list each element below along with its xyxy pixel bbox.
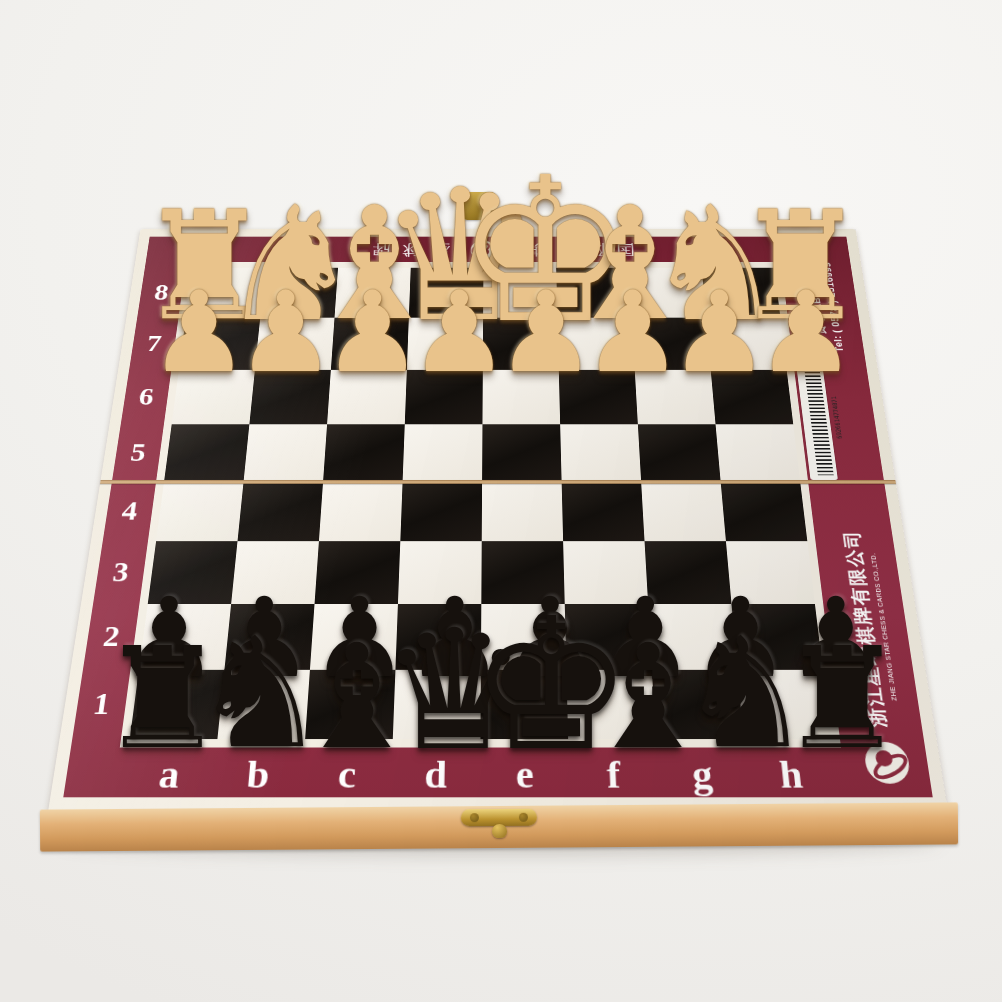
square-d5[interactable] — [403, 424, 483, 481]
square-f4[interactable] — [562, 481, 645, 541]
piece-white-pawn-c7[interactable]: ♟ — [322, 279, 422, 385]
square-h4[interactable] — [721, 481, 808, 541]
piece-white-pawn-e7[interactable]: ♟ — [496, 279, 596, 385]
square-c5[interactable] — [323, 424, 405, 481]
piece-white-pawn-g7[interactable]: ♟ — [669, 279, 769, 385]
rank-label-4: 4 — [103, 481, 156, 541]
piece-black-rook-h1[interactable]: ♜ — [780, 632, 906, 765]
rank-label-5: 5 — [112, 424, 164, 481]
piece-white-pawn-d7[interactable]: ♟ — [409, 279, 509, 385]
square-g4[interactable] — [641, 481, 726, 541]
square-e5[interactable] — [482, 424, 562, 481]
square-f5[interactable] — [560, 424, 641, 481]
piece-white-pawn-a7[interactable]: ♟ — [149, 279, 249, 385]
clasp-rivet-icon — [519, 813, 528, 822]
case-front-edge — [40, 802, 958, 851]
piece-white-pawn-h7[interactable]: ♟ — [756, 279, 856, 385]
square-c4[interactable] — [319, 481, 403, 541]
square-g5[interactable] — [638, 424, 721, 481]
square-a4[interactable] — [156, 481, 243, 541]
piece-white-pawn-b7[interactable]: ♟ — [235, 279, 335, 385]
fold-seam — [100, 480, 896, 484]
clasp-rivet-icon — [470, 813, 479, 822]
square-d4[interactable] — [400, 481, 482, 541]
brass-clasp-knob[interactable] — [492, 824, 507, 838]
square-a5[interactable] — [164, 424, 249, 481]
piece-white-pawn-f7[interactable]: ♟ — [582, 279, 682, 385]
square-b4[interactable] — [238, 481, 324, 541]
square-b5[interactable] — [244, 424, 327, 481]
square-h5[interactable] — [716, 424, 801, 481]
square-e4[interactable] — [482, 481, 563, 541]
